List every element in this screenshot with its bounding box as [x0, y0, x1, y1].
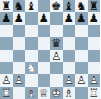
square-a6[interactable]: [0, 25, 13, 37]
square-d3[interactable]: [38, 62, 51, 74]
square-d4[interactable]: [38, 50, 51, 62]
square-d8[interactable]: [38, 0, 51, 12]
square-c3[interactable]: ♞♘: [25, 62, 38, 74]
square-b2[interactable]: ♟♙: [13, 74, 26, 86]
square-a3[interactable]: [0, 62, 13, 74]
white-pawn: ♙: [0, 74, 13, 86]
white-pawn-fill: ♟: [50, 50, 63, 62]
white-rook-fill: ♜: [88, 87, 101, 99]
white-bishop: ♗: [63, 87, 76, 99]
white-king: ♔: [50, 87, 63, 99]
white-queen-fill: ♛: [38, 87, 51, 99]
black-king: ♚: [50, 0, 63, 12]
square-c4[interactable]: [25, 50, 38, 62]
square-f7[interactable]: ♟: [63, 12, 76, 24]
square-e2[interactable]: [50, 74, 63, 86]
white-knight: ♘: [25, 62, 38, 74]
square-f5[interactable]: [63, 37, 76, 49]
square-d7[interactable]: ♟: [38, 12, 51, 24]
white-pawn: ♙: [75, 74, 88, 86]
black-pawn: ♟: [75, 12, 88, 24]
square-g6[interactable]: [75, 25, 88, 37]
white-king-fill: ♚: [50, 87, 63, 99]
square-h1[interactable]: ♜♖: [88, 87, 101, 99]
square-a4[interactable]: [0, 50, 13, 62]
white-queen: ♕: [38, 87, 51, 99]
square-h3[interactable]: [88, 62, 101, 74]
black-queen: ♛: [50, 37, 63, 49]
black-pawn: ♟: [88, 12, 101, 24]
white-pawn: ♙: [13, 74, 26, 86]
square-b6[interactable]: [13, 25, 26, 37]
square-h7[interactable]: ♟: [88, 12, 101, 24]
white-bishop: ♗: [25, 87, 38, 99]
square-g2[interactable]: ♟♙: [75, 74, 88, 86]
square-e5[interactable]: ♛: [50, 37, 63, 49]
white-pawn-fill: ♟: [75, 74, 88, 86]
white-rook: ♖: [88, 87, 101, 99]
square-a8[interactable]: ♜: [0, 0, 13, 12]
square-g7[interactable]: ♟: [75, 12, 88, 24]
white-pawn-fill: ♟: [63, 74, 76, 86]
square-g3[interactable]: [75, 62, 88, 74]
square-f2[interactable]: ♟♙: [63, 74, 76, 86]
white-rook: ♖: [0, 87, 13, 99]
square-f8[interactable]: ♝: [63, 0, 76, 12]
square-f6[interactable]: [63, 25, 76, 37]
square-e7[interactable]: [50, 12, 63, 24]
square-a1[interactable]: ♜♖: [0, 87, 13, 99]
square-c7[interactable]: [25, 12, 38, 24]
white-bishop-fill: ♝: [63, 87, 76, 99]
square-b7[interactable]: ♟: [13, 12, 26, 24]
square-b3[interactable]: [13, 62, 26, 74]
square-h5[interactable]: [88, 37, 101, 49]
square-c2[interactable]: [25, 74, 38, 86]
square-h8[interactable]: ♜: [88, 0, 101, 12]
black-rook: ♜: [0, 0, 13, 12]
square-h4[interactable]: [88, 50, 101, 62]
black-pawn: ♟: [38, 12, 51, 24]
square-d6[interactable]: [38, 25, 51, 37]
square-c6[interactable]: [25, 25, 38, 37]
black-knight: ♞: [75, 0, 88, 12]
black-bishop: ♝: [63, 0, 76, 12]
square-b1[interactable]: [13, 87, 26, 99]
black-bishop: ♝: [25, 0, 38, 12]
black-pawn: ♟: [0, 12, 13, 24]
square-h2[interactable]: ♟♙: [88, 74, 101, 86]
white-pawn: ♙: [88, 74, 101, 86]
white-knight-fill: ♞: [25, 62, 38, 74]
square-d2[interactable]: [38, 74, 51, 86]
square-e4[interactable]: ♟♙: [50, 50, 63, 62]
square-c8[interactable]: ♝: [25, 0, 38, 12]
white-pawn: ♙: [50, 50, 63, 62]
square-f3[interactable]: [63, 62, 76, 74]
square-a2[interactable]: ♟♙: [0, 74, 13, 86]
black-rook: ♜: [88, 0, 101, 12]
square-c1[interactable]: ♝♗: [25, 87, 38, 99]
square-b8[interactable]: ♞: [13, 0, 26, 12]
square-g5[interactable]: [75, 37, 88, 49]
square-d5[interactable]: [38, 37, 51, 49]
chess-board: ♜♞♝♚♝♞♜♟♟♟♟♟♟♛♟♙♞♘♟♙♟♙♟♙♟♙♟♙♜♖♝♗♛♕♚♔♝♗♜♖: [0, 0, 100, 99]
white-bishop-fill: ♝: [25, 87, 38, 99]
square-h6[interactable]: [88, 25, 101, 37]
square-f4[interactable]: [63, 50, 76, 62]
black-pawn: ♟: [63, 12, 76, 24]
square-b4[interactable]: [13, 50, 26, 62]
white-pawn-fill: ♟: [13, 74, 26, 86]
white-rook-fill: ♜: [0, 87, 13, 99]
white-pawn-fill: ♟: [88, 74, 101, 86]
white-pawn-fill: ♟: [0, 74, 13, 86]
square-e3[interactable]: [50, 62, 63, 74]
square-g4[interactable]: [75, 50, 88, 62]
square-b5[interactable]: [13, 37, 26, 49]
square-a7[interactable]: ♟: [0, 12, 13, 24]
black-pawn: ♟: [13, 12, 26, 24]
square-e1[interactable]: ♚♔: [50, 87, 63, 99]
square-e8[interactable]: ♚: [50, 0, 63, 12]
white-pawn: ♙: [63, 74, 76, 86]
square-d1[interactable]: ♛♕: [38, 87, 51, 99]
square-e6[interactable]: [50, 25, 63, 37]
square-g8[interactable]: ♞: [75, 0, 88, 12]
black-knight: ♞: [13, 0, 26, 12]
square-a5[interactable]: [0, 37, 13, 49]
square-g1[interactable]: [75, 87, 88, 99]
square-f1[interactable]: ♝♗: [63, 87, 76, 99]
square-c5[interactable]: [25, 37, 38, 49]
